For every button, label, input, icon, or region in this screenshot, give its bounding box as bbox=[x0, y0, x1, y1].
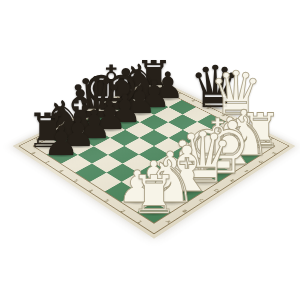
chess-set-photo: AA11BB22CC33DD44EE55FF66GG77HH88 ♜♞♝♛♚♝♞… bbox=[0, 0, 300, 300]
chess-board: AA11BB22CC33DD44EE55FF66GG77HH88 bbox=[13, 77, 296, 239]
board-grid bbox=[32, 86, 275, 224]
